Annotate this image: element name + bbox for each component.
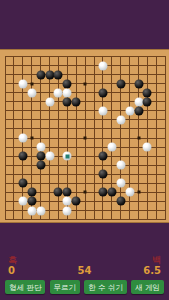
white-stone — [54, 88, 63, 97]
grid-line-horizontal — [5, 165, 166, 166]
white-stone — [27, 88, 36, 97]
grid-line-vertical — [94, 56, 95, 220]
white-stone — [63, 197, 72, 206]
white-stone — [134, 97, 143, 106]
territory-judge-button[interactable]: 형세 판단 — [5, 280, 45, 294]
black-stone — [36, 70, 45, 79]
new-game-button[interactable]: 새 게임 — [131, 280, 164, 294]
black-stone — [98, 152, 107, 161]
black-stone — [116, 79, 125, 88]
last-move-marker — [65, 154, 69, 158]
star-point — [137, 137, 140, 140]
white-stone — [63, 206, 72, 215]
black-stone — [143, 88, 152, 97]
star-point — [137, 191, 140, 194]
black-stone — [72, 97, 81, 106]
white-stone — [18, 79, 27, 88]
grid-line-vertical — [165, 56, 166, 220]
score-row: 0 54 6.5 — [0, 265, 169, 276]
white-stone — [45, 97, 54, 106]
black-stone — [98, 170, 107, 179]
white-stone — [36, 143, 45, 152]
white-stone — [27, 206, 36, 215]
grid-line-horizontal — [5, 183, 166, 184]
star-point — [30, 82, 33, 85]
white-stone — [45, 152, 54, 161]
black-stone — [116, 197, 125, 206]
white-stone — [125, 106, 134, 115]
black-stone — [63, 79, 72, 88]
go-board[interactable] — [0, 49, 169, 223]
white-stone — [98, 61, 107, 70]
grid-line-vertical — [147, 56, 148, 220]
action-buttons-row: 형세 판단 무르기 한 수 쉬기 새 게임 — [0, 280, 169, 294]
white-stone — [18, 197, 27, 206]
undo-button[interactable]: 무르기 — [50, 280, 81, 294]
black-stone — [27, 197, 36, 206]
white-stone — [116, 179, 125, 188]
black-stone — [107, 188, 116, 197]
star-point — [84, 82, 87, 85]
black-stone — [45, 70, 54, 79]
grid-line-horizontal — [5, 174, 166, 175]
white-stone — [98, 106, 107, 115]
move-count-value: 54 — [0, 265, 169, 276]
star-point — [84, 137, 87, 140]
black-stone — [98, 88, 107, 97]
black-stone — [54, 188, 63, 197]
black-stone — [18, 179, 27, 188]
white-stone — [116, 115, 125, 124]
black-stone — [98, 188, 107, 197]
grid-line-horizontal — [5, 147, 166, 148]
black-stone — [63, 188, 72, 197]
white-stone — [18, 134, 27, 143]
white-stone — [63, 152, 72, 161]
black-stone — [134, 106, 143, 115]
white-stone — [107, 143, 116, 152]
star-point — [30, 137, 33, 140]
black-stone — [63, 97, 72, 106]
black-stone — [72, 197, 81, 206]
white-stone — [116, 161, 125, 170]
white-stone — [36, 206, 45, 215]
white-stone — [143, 143, 152, 152]
black-stone — [134, 79, 143, 88]
black-stone — [18, 152, 27, 161]
black-stone — [27, 188, 36, 197]
black-stone — [36, 161, 45, 170]
grid-line-horizontal — [5, 219, 166, 220]
white-stone — [63, 88, 72, 97]
black-stone — [36, 152, 45, 161]
grid-line-horizontal — [5, 156, 166, 157]
pass-button[interactable]: 한 수 쉬기 — [84, 280, 127, 294]
star-point — [84, 191, 87, 194]
go-app-screen: { "game": "go", "board": { "size": 19, "… — [0, 0, 169, 300]
black-stone — [143, 97, 152, 106]
black-stone — [54, 70, 63, 79]
grid-line-vertical — [156, 56, 157, 220]
white-stone — [125, 188, 134, 197]
